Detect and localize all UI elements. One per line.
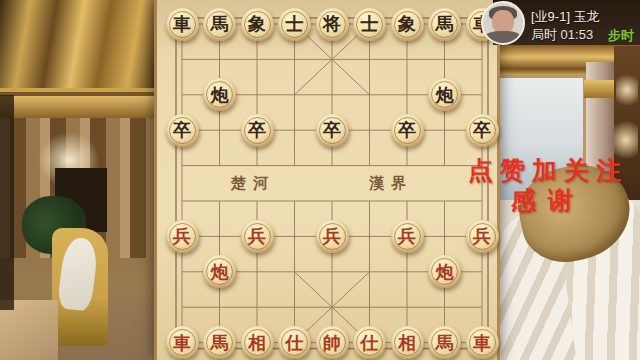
piece-red-仕[interactable]: 仕	[353, 326, 386, 359]
piece-red-兵[interactable]: 兵	[466, 220, 499, 253]
piece-glyph: 卒	[319, 117, 346, 144]
pillar-capital	[584, 80, 616, 98]
piece-red-兵[interactable]: 兵	[316, 220, 349, 253]
piece-black-車[interactable]: 車	[166, 8, 199, 41]
piece-red-相[interactable]: 相	[241, 326, 274, 359]
piece-glyph: 将	[319, 11, 346, 38]
piece-red-車[interactable]: 車	[166, 326, 199, 359]
piece-red-兵[interactable]: 兵	[241, 220, 274, 253]
piece-glyph: 卒	[394, 117, 421, 144]
chair-cushion	[57, 236, 100, 312]
piece-glyph: 士	[281, 11, 308, 38]
chandelier-glint	[616, 70, 638, 110]
piece-red-相[interactable]: 相	[391, 326, 424, 359]
game-time: 局时 01:53	[531, 26, 593, 44]
chandelier-glint	[614, 115, 638, 165]
piece-glyph: 相	[394, 329, 421, 356]
piece-black-炮[interactable]: 炮	[203, 78, 236, 111]
piece-black-士[interactable]: 士	[353, 8, 386, 41]
piece-glyph: 兵	[469, 223, 496, 250]
piece-glyph: 車	[169, 11, 196, 38]
piece-red-兵[interactable]: 兵	[166, 220, 199, 253]
piece-black-卒[interactable]: 卒	[391, 114, 424, 147]
piece-black-馬[interactable]: 馬	[203, 8, 236, 41]
piece-black-馬[interactable]: 馬	[428, 8, 461, 41]
piece-glyph: 兵	[319, 223, 346, 250]
piece-glyph: 兵	[169, 223, 196, 250]
piece-black-士[interactable]: 士	[278, 8, 311, 41]
piece-black-卒[interactable]: 卒	[466, 114, 499, 147]
game-screen: 楚河 漢界 車馬象士将士象馬車炮炮卒卒卒卒卒兵兵兵兵兵炮炮車馬相仕帥仕相馬車 […	[0, 0, 640, 360]
piece-glyph: 炮	[431, 258, 458, 285]
piece-black-卒[interactable]: 卒	[241, 114, 274, 147]
dark-pillar	[0, 95, 14, 310]
piece-red-炮[interactable]: 炮	[203, 255, 236, 288]
piece-red-帥[interactable]: 帥	[316, 326, 349, 359]
piece-glyph: 相	[244, 329, 271, 356]
gold-beam	[0, 96, 154, 118]
player-avatar[interactable]	[481, 1, 525, 45]
piece-red-車[interactable]: 車	[466, 326, 499, 359]
background-right-room	[500, 0, 640, 360]
piece-glyph: 炮	[206, 258, 233, 285]
piece-glyph: 馬	[206, 11, 233, 38]
piece-glyph: 馬	[431, 11, 458, 38]
piece-glyph: 象	[394, 11, 421, 38]
piece-black-炮[interactable]: 炮	[428, 78, 461, 111]
xiangqi-board[interactable]: 楚河 漢界 車馬象士将士象馬車炮炮卒卒卒卒卒兵兵兵兵兵炮炮車馬相仕帥仕相馬車	[154, 0, 500, 360]
step-time-label: 步时	[608, 27, 634, 45]
piece-black-象[interactable]: 象	[391, 8, 424, 41]
piece-glyph: 炮	[431, 81, 458, 108]
piece-glyph: 車	[469, 329, 496, 356]
piece-glyph: 兵	[244, 223, 271, 250]
piece-red-兵[interactable]: 兵	[391, 220, 424, 253]
player-name: [业9-1] 玉龙	[531, 8, 600, 26]
piece-glyph: 馬	[206, 329, 233, 356]
piece-glyph: 卒	[244, 117, 271, 144]
background-left-room	[0, 0, 154, 360]
piece-glyph: 卒	[469, 117, 496, 144]
piece-glyph: 卒	[169, 117, 196, 144]
piece-glyph: 馬	[431, 329, 458, 356]
pieces-layer: 車馬象士将士象馬車炮炮卒卒卒卒卒兵兵兵兵兵炮炮車馬相仕帥仕相馬車	[157, 0, 503, 360]
piece-glyph: 炮	[206, 81, 233, 108]
piece-glyph: 象	[244, 11, 271, 38]
piece-glyph: 帥	[319, 329, 346, 356]
piece-red-馬[interactable]: 馬	[428, 326, 461, 359]
piece-black-将[interactable]: 将	[316, 8, 349, 41]
piece-glyph: 車	[169, 329, 196, 356]
piece-black-象[interactable]: 象	[241, 8, 274, 41]
piece-glyph: 兵	[394, 223, 421, 250]
gold-chair	[52, 228, 108, 346]
gold-ceiling	[0, 0, 154, 92]
piece-black-卒[interactable]: 卒	[316, 114, 349, 147]
piece-glyph: 仕	[356, 329, 383, 356]
piece-red-馬[interactable]: 馬	[203, 326, 236, 359]
piece-glyph: 士	[356, 11, 383, 38]
piece-red-仕[interactable]: 仕	[278, 326, 311, 359]
piece-red-炮[interactable]: 炮	[428, 255, 461, 288]
piece-glyph: 仕	[281, 329, 308, 356]
piece-black-卒[interactable]: 卒	[166, 114, 199, 147]
